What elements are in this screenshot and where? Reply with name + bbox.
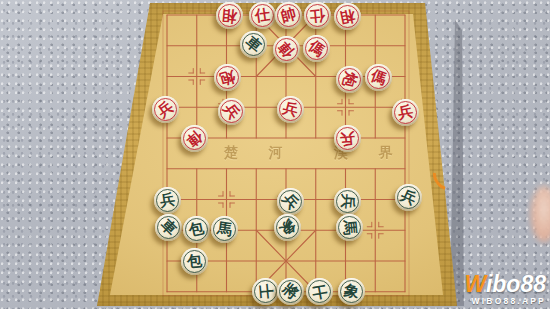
piece-black-soldier-r6c6[interactable]: 兵: [334, 188, 361, 215]
piece-black-chariot-r1c3[interactable]: 車: [240, 31, 267, 58]
piece-red-king-r0c4[interactable]: 帥: [275, 2, 302, 29]
finger: [531, 186, 550, 242]
piece-black-horse-r7c6[interactable]: 馬: [336, 214, 363, 241]
piece-red-cannon-r2c2[interactable]: 炮: [214, 64, 241, 91]
watermark-domain-text: WIBO88.APP: [464, 297, 546, 306]
piece-character: 兵: [333, 123, 362, 152]
piece-character: 士: [304, 276, 335, 307]
piece-character: 兵: [389, 97, 420, 128]
piece-character: 相: [215, 0, 244, 29]
piece-character: 包: [181, 213, 213, 245]
piece-red-soldier-r3c2[interactable]: 兵: [218, 98, 245, 125]
piece-red-soldier-r3c4[interactable]: 兵: [277, 96, 304, 123]
piece-red-soldier-r3c0[interactable]: 兵: [152, 96, 179, 123]
piece-black-horse-r7c2[interactable]: 馬: [211, 216, 238, 243]
watermark-brand: Wibo88: [464, 272, 546, 296]
piece-red-elephant-r0c6[interactable]: 相: [334, 3, 361, 30]
piece-character: 兵: [333, 187, 362, 216]
watermark: Wibo88 WIBO88.APP: [464, 272, 546, 306]
piece-character: 仕: [303, 0, 332, 29]
piece-character: 相: [331, 0, 363, 32]
piece-red-chariot-r4c1[interactable]: 俥: [181, 125, 208, 152]
piece-red-elephant-r0c2[interactable]: 相: [216, 2, 243, 29]
piece-black-advisor-r9c5[interactable]: 士: [306, 278, 333, 305]
watermark-w-icon: W: [464, 271, 486, 297]
piece-red-horse-r1c5[interactable]: 傌: [303, 35, 330, 62]
piece-red-horse-r2c7[interactable]: 傌: [365, 64, 392, 91]
piece-black-king-r9c4[interactable]: 將: [277, 278, 304, 305]
piece-red-soldier-r4c6[interactable]: 兵: [334, 125, 361, 152]
piece-character: 包: [180, 246, 209, 275]
piece-red-soldier-r3c8[interactable]: 兵: [392, 99, 419, 126]
piece-black-chariot-r7c0[interactable]: 車: [155, 214, 182, 241]
piece-black-cannon-r7c1[interactable]: 包: [183, 216, 210, 243]
piece-black-elephant-r7c4[interactable]: 象: [274, 214, 301, 241]
river-label-chu-he: 楚 河: [224, 144, 296, 162]
piece-black-cannon-r8c1[interactable]: 包: [181, 248, 208, 275]
watermark-brand-text: ibo88: [486, 271, 546, 297]
piece-red-chariot-r1c4[interactable]: 俥: [273, 36, 300, 63]
piece-red-advisor-r0c5[interactable]: 仕: [304, 2, 331, 29]
piece-black-elephant-r9c6[interactable]: 象: [338, 278, 365, 305]
piece-character: 馬: [209, 214, 239, 244]
piece-black-soldier-r6c8[interactable]: 兵: [395, 184, 422, 211]
piece-character: 馬: [335, 213, 364, 242]
xiangqi-photo-scene: 楚 河 漢 界 相仕帥仕相車俥傌炮炮傌兵兵兵兵俥兵兵兵兵兵車包馬象馬包士將士象 …: [0, 0, 550, 309]
piece-character: 象: [336, 276, 367, 307]
piece-red-cannon-r2c6[interactable]: 炮: [336, 66, 363, 93]
